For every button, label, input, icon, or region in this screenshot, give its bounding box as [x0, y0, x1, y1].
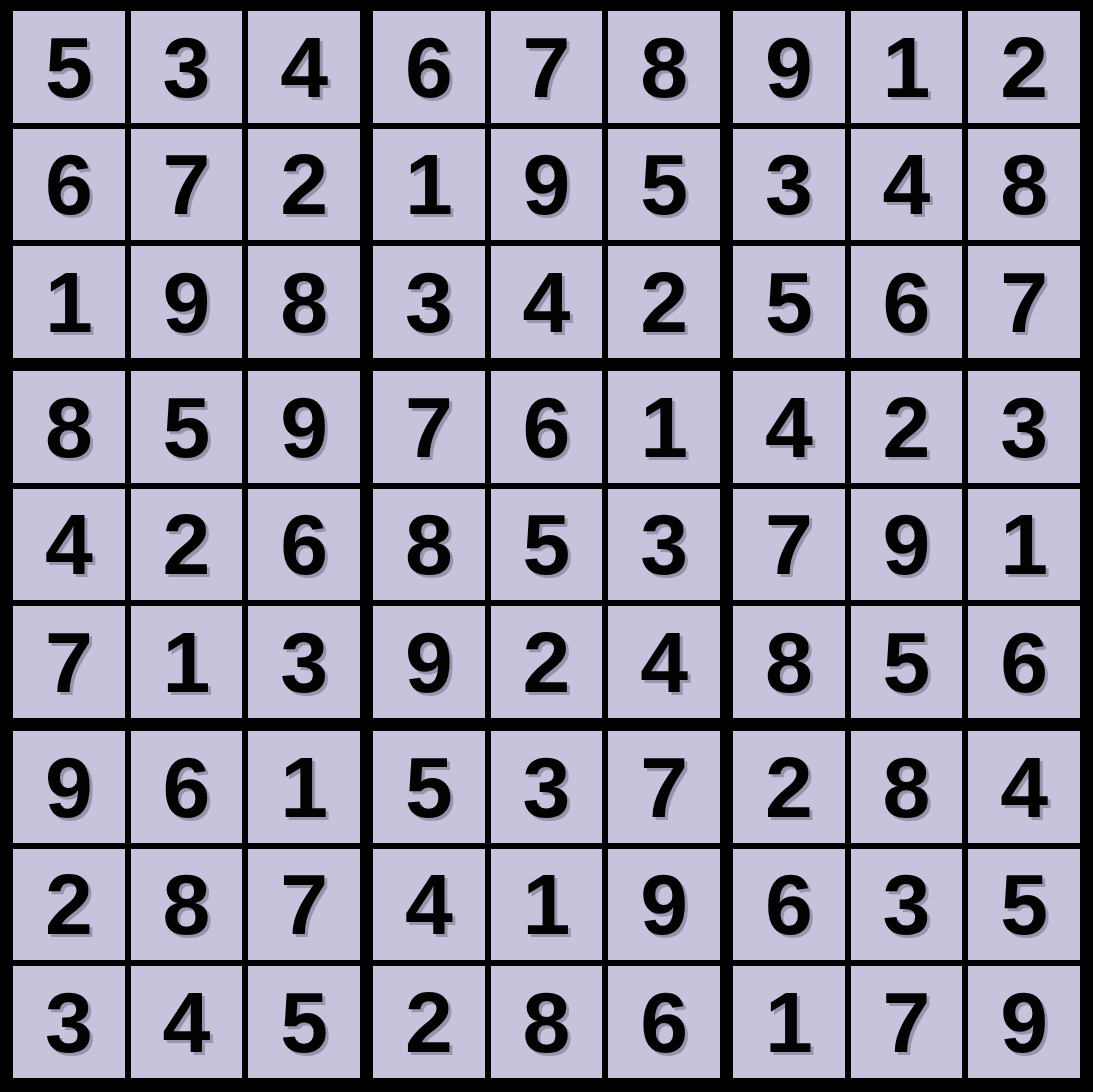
cell-r5c2[interactable]: 2 — [131, 489, 243, 601]
cell-r2c8[interactable]: 4 — [851, 129, 963, 241]
cell-r6c6[interactable]: 4 — [608, 606, 720, 718]
cell-r2c6[interactable]: 5 — [608, 129, 720, 241]
cell-r8c8[interactable]: 3 — [851, 849, 963, 961]
cell-r8c2[interactable]: 8 — [131, 849, 243, 961]
sudoku-box-7: 961287345 — [13, 731, 360, 1078]
cell-r7c9[interactable]: 4 — [968, 731, 1080, 843]
sudoku-box-5: 761853924 — [373, 371, 720, 718]
cell-r2c9[interactable]: 8 — [968, 129, 1080, 241]
cell-r3c5[interactable]: 4 — [491, 246, 603, 358]
cell-r6c2[interactable]: 1 — [131, 606, 243, 718]
cell-r1c1[interactable]: 5 — [13, 11, 125, 123]
sudoku-board: 5346721986781953429123485678594267137618… — [0, 0, 1093, 1092]
cell-r8c7[interactable]: 6 — [733, 849, 845, 961]
cell-r5c6[interactable]: 3 — [608, 489, 720, 601]
cell-r5c3[interactable]: 6 — [248, 489, 360, 601]
cell-r5c7[interactable]: 7 — [733, 489, 845, 601]
cell-r7c1[interactable]: 9 — [13, 731, 125, 843]
cell-r5c9[interactable]: 1 — [968, 489, 1080, 601]
cell-r9c3[interactable]: 5 — [248, 966, 360, 1078]
cell-r8c6[interactable]: 9 — [608, 849, 720, 961]
cell-r5c4[interactable]: 8 — [373, 489, 485, 601]
cell-r9c1[interactable]: 3 — [13, 966, 125, 1078]
cell-r9c2[interactable]: 4 — [131, 966, 243, 1078]
cell-r1c6[interactable]: 8 — [608, 11, 720, 123]
sudoku-box-4: 859426713 — [13, 371, 360, 718]
cell-r9c8[interactable]: 7 — [851, 966, 963, 1078]
cell-r4c3[interactable]: 9 — [248, 371, 360, 483]
cell-r2c7[interactable]: 3 — [733, 129, 845, 241]
sudoku-box-2: 678195342 — [373, 11, 720, 358]
sudoku-box-1: 534672198 — [13, 11, 360, 358]
cell-r7c2[interactable]: 6 — [131, 731, 243, 843]
cell-r2c4[interactable]: 1 — [373, 129, 485, 241]
cell-r4c7[interactable]: 4 — [733, 371, 845, 483]
cell-r8c4[interactable]: 4 — [373, 849, 485, 961]
cell-r8c5[interactable]: 1 — [491, 849, 603, 961]
cell-r6c9[interactable]: 6 — [968, 606, 1080, 718]
cell-r6c7[interactable]: 8 — [733, 606, 845, 718]
cell-r1c8[interactable]: 1 — [851, 11, 963, 123]
cell-r3c6[interactable]: 2 — [608, 246, 720, 358]
cell-r4c5[interactable]: 6 — [491, 371, 603, 483]
cell-r9c4[interactable]: 2 — [373, 966, 485, 1078]
cell-r7c5[interactable]: 3 — [491, 731, 603, 843]
sudoku-box-9: 284635179 — [733, 731, 1080, 1078]
cell-r5c5[interactable]: 5 — [491, 489, 603, 601]
sudoku-box-3: 912348567 — [733, 11, 1080, 358]
cell-r1c5[interactable]: 7 — [491, 11, 603, 123]
cell-r9c6[interactable]: 6 — [608, 966, 720, 1078]
cell-r3c8[interactable]: 6 — [851, 246, 963, 358]
cell-r4c4[interactable]: 7 — [373, 371, 485, 483]
cell-r4c2[interactable]: 5 — [131, 371, 243, 483]
cell-r1c3[interactable]: 4 — [248, 11, 360, 123]
cell-r7c4[interactable]: 5 — [373, 731, 485, 843]
cell-r2c5[interactable]: 9 — [491, 129, 603, 241]
cell-r8c9[interactable]: 5 — [968, 849, 1080, 961]
cell-r7c3[interactable]: 1 — [248, 731, 360, 843]
cell-r1c9[interactable]: 2 — [968, 11, 1080, 123]
cell-r7c7[interactable]: 2 — [733, 731, 845, 843]
cell-r4c6[interactable]: 1 — [608, 371, 720, 483]
sudoku-app: 5346721986781953429123485678594267137618… — [0, 0, 1093, 1092]
cell-r9c7[interactable]: 1 — [733, 966, 845, 1078]
cell-r3c2[interactable]: 9 — [131, 246, 243, 358]
cell-r3c3[interactable]: 8 — [248, 246, 360, 358]
cell-r4c9[interactable]: 3 — [968, 371, 1080, 483]
cell-r6c5[interactable]: 2 — [491, 606, 603, 718]
cell-r2c3[interactable]: 2 — [248, 129, 360, 241]
cell-r4c8[interactable]: 2 — [851, 371, 963, 483]
cell-r3c7[interactable]: 5 — [733, 246, 845, 358]
cell-r3c1[interactable]: 1 — [13, 246, 125, 358]
cell-r1c2[interactable]: 3 — [131, 11, 243, 123]
cell-r7c6[interactable]: 7 — [608, 731, 720, 843]
cell-r4c1[interactable]: 8 — [13, 371, 125, 483]
cell-r8c3[interactable]: 7 — [248, 849, 360, 961]
cell-r1c4[interactable]: 6 — [373, 11, 485, 123]
cell-r9c5[interactable]: 8 — [491, 966, 603, 1078]
cell-r5c1[interactable]: 4 — [13, 489, 125, 601]
sudoku-box-6: 423791856 — [733, 371, 1080, 718]
cell-r3c9[interactable]: 7 — [968, 246, 1080, 358]
cell-r3c4[interactable]: 3 — [373, 246, 485, 358]
cell-r6c3[interactable]: 3 — [248, 606, 360, 718]
cell-r6c8[interactable]: 5 — [851, 606, 963, 718]
cell-r9c9[interactable]: 9 — [968, 966, 1080, 1078]
cell-r8c1[interactable]: 2 — [13, 849, 125, 961]
cell-r5c8[interactable]: 9 — [851, 489, 963, 601]
cell-r2c2[interactable]: 7 — [131, 129, 243, 241]
cell-r6c1[interactable]: 7 — [13, 606, 125, 718]
cell-r6c4[interactable]: 9 — [373, 606, 485, 718]
sudoku-box-8: 537419286 — [373, 731, 720, 1078]
cell-r2c1[interactable]: 6 — [13, 129, 125, 241]
cell-r7c8[interactable]: 8 — [851, 731, 963, 843]
cell-r1c7[interactable]: 9 — [733, 11, 845, 123]
